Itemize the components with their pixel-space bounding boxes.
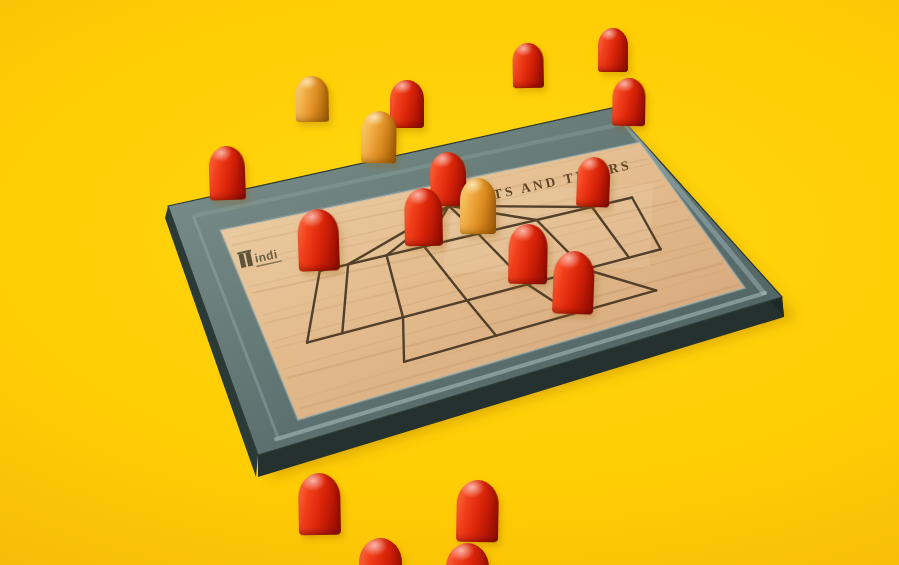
- goat-peg-tray-8[interactable]: [359, 538, 402, 565]
- goat-peg-uF3[interactable]: [404, 188, 443, 247]
- goat-peg-L1[interactable]: [297, 208, 340, 271]
- goat-peg-lF4[interactable]: [508, 224, 548, 285]
- goat-peg-b3[interactable]: [552, 250, 595, 314]
- tiger-peg-uF4[interactable]: [460, 178, 496, 234]
- goat-peg-tray-3[interactable]: [390, 80, 424, 128]
- goat-peg-tray-10[interactable]: [446, 543, 489, 565]
- goat-peg-tray-6[interactable]: [208, 145, 246, 200]
- goat-peg-tray-2[interactable]: [612, 78, 646, 127]
- goat-peg-tray-1[interactable]: [512, 43, 544, 89]
- tiger-peg-tray-5[interactable]: [361, 111, 397, 164]
- goat-peg-tray-0[interactable]: [598, 28, 628, 72]
- photo-stage: GOATS AND TIGERSindi: [0, 0, 899, 565]
- goat-peg-uF6[interactable]: [576, 156, 611, 207]
- goat-peg-tray-7[interactable]: [298, 473, 341, 536]
- pieces-layer: [0, 0, 899, 565]
- tiger-peg-tray-4[interactable]: [295, 76, 329, 123]
- goat-peg-tray-9[interactable]: [456, 480, 499, 543]
